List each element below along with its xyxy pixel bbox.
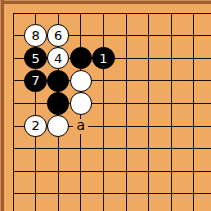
grid-line-horizontal-8 xyxy=(13,171,211,172)
stone-white-2: 2 xyxy=(24,115,47,138)
stone-white-c4r5 xyxy=(70,92,93,115)
grid-line-vertical-1 xyxy=(13,13,14,211)
stone-number: 2 xyxy=(31,119,39,132)
stone-white-4: 4 xyxy=(47,47,70,70)
stone-white-c4r4 xyxy=(70,70,93,93)
stone-black-7: 7 xyxy=(24,70,47,93)
grid-line-vertical-9 xyxy=(193,13,194,211)
grid-line-horizontal-9 xyxy=(13,193,211,194)
board-frame-left-highlight xyxy=(0,0,1,211)
grid-line-horizontal-1 xyxy=(13,13,211,14)
stone-white-6: 6 xyxy=(47,24,70,47)
stone-number: 4 xyxy=(54,51,62,64)
go-board-diagram: a8654172 xyxy=(0,0,211,211)
grid-line-vertical-5 xyxy=(103,13,104,211)
grid-line-vertical-8 xyxy=(171,13,172,211)
point-label-a: a xyxy=(73,119,88,134)
board-frame-top xyxy=(0,1,211,4)
board-frame-top-highlight xyxy=(0,0,211,1)
stone-number: 6 xyxy=(54,29,62,42)
stone-number: 5 xyxy=(31,51,39,64)
board-frame-left xyxy=(1,0,4,211)
stone-white-c3r6 xyxy=(47,115,70,138)
stone-number: 8 xyxy=(31,29,39,42)
point-label-text: a xyxy=(77,118,86,132)
stone-number: 1 xyxy=(99,51,107,64)
stone-black-c4r3 xyxy=(70,47,93,70)
stone-number: 7 xyxy=(31,74,39,87)
grid-line-horizontal-5 xyxy=(13,103,211,104)
grid-line-vertical-7 xyxy=(148,13,149,211)
stone-black-5: 5 xyxy=(24,47,47,70)
stone-black-c3r4 xyxy=(47,70,70,93)
stone-black-1: 1 xyxy=(92,47,115,70)
grid-line-horizontal-7 xyxy=(13,148,211,149)
stone-white-8: 8 xyxy=(24,24,47,47)
grid-line-vertical-6 xyxy=(126,13,127,211)
stone-black-c3r5 xyxy=(47,92,70,115)
